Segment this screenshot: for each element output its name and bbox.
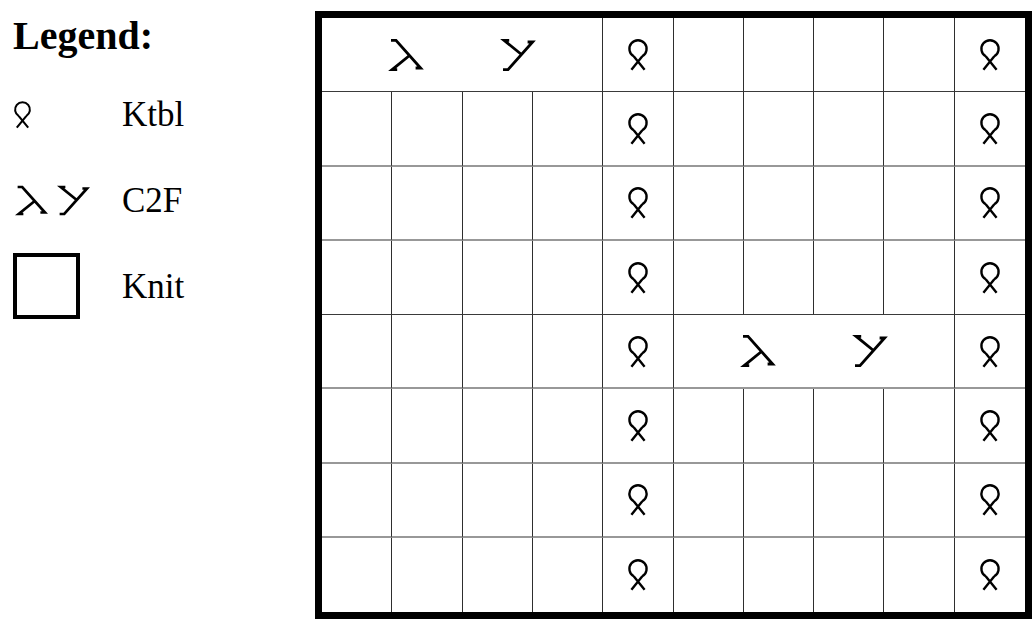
chart-cell xyxy=(392,167,462,241)
legend-item-label: Ktbl xyxy=(122,97,184,132)
chart-cell xyxy=(674,18,744,92)
chart-cell xyxy=(674,464,744,538)
legend-item-label: C2F xyxy=(122,183,182,218)
chart-cell xyxy=(463,389,533,463)
c2f-left-icon xyxy=(13,182,50,219)
chart-cell xyxy=(814,538,884,612)
legend-symbol-cell xyxy=(13,253,122,319)
ktbl-symbol xyxy=(979,111,1001,146)
chart-cell xyxy=(955,389,1025,463)
chart-cell xyxy=(884,538,954,612)
chart-cell xyxy=(392,92,462,166)
chart-cell xyxy=(322,464,392,538)
chart-cell xyxy=(392,315,462,389)
chart-cell xyxy=(744,464,814,538)
legend-item-knit: Knit xyxy=(13,250,184,322)
chart-cell xyxy=(674,92,744,166)
ktbl-symbol xyxy=(627,111,649,146)
knitting-chart xyxy=(315,11,1032,619)
chart-cell xyxy=(674,241,744,315)
chart-cell xyxy=(814,389,884,463)
ktbl-symbol xyxy=(627,37,649,72)
chart-cell xyxy=(884,18,954,92)
chart-cell xyxy=(674,315,955,389)
legend: Legend: Ktbl C2F Knit xyxy=(13,12,308,612)
chart-cell xyxy=(603,464,673,538)
ktbl-symbol xyxy=(979,37,1001,72)
cable-left-symbol xyxy=(388,35,424,75)
chart-cell xyxy=(533,92,603,166)
chart-cell xyxy=(884,167,954,241)
chart-cell xyxy=(392,538,462,612)
legend-symbol-cell xyxy=(13,182,122,219)
chart-cell xyxy=(463,464,533,538)
chart-cell xyxy=(392,241,462,315)
chart-cell xyxy=(674,538,744,612)
chart-cell xyxy=(603,167,673,241)
ktbl-symbol xyxy=(979,334,1001,369)
chart-cell xyxy=(744,167,814,241)
chart-cell xyxy=(322,167,392,241)
chart-cell xyxy=(392,464,462,538)
ktbl-icon xyxy=(13,99,32,130)
chart-cell xyxy=(463,92,533,166)
ktbl-symbol xyxy=(979,482,1001,517)
ktbl-symbol xyxy=(627,185,649,220)
chart-cell xyxy=(603,538,673,612)
chart-cell xyxy=(814,18,884,92)
chart-cell xyxy=(463,167,533,241)
ktbl-symbol xyxy=(979,408,1001,443)
chart-cell xyxy=(884,389,954,463)
chart-cell xyxy=(322,92,392,166)
chart-cell xyxy=(322,241,392,315)
ktbl-symbol xyxy=(979,185,1001,220)
chart-cell xyxy=(533,167,603,241)
chart-cell xyxy=(744,92,814,166)
c2f-right-icon xyxy=(55,182,92,219)
chart-cell xyxy=(955,315,1025,389)
chart-cell xyxy=(603,315,673,389)
chart-cell xyxy=(463,241,533,315)
knit-square-icon xyxy=(13,253,80,319)
cable-right-symbol xyxy=(500,35,536,75)
chart-cell xyxy=(322,389,392,463)
legend-item-c2f: C2F xyxy=(13,170,182,230)
cable-left-symbol xyxy=(740,331,776,371)
ktbl-symbol xyxy=(979,557,1001,592)
ktbl-symbol xyxy=(627,482,649,517)
chart-cell xyxy=(744,538,814,612)
ktbl-symbol xyxy=(627,408,649,443)
ktbl-symbol xyxy=(627,260,649,295)
chart-cell xyxy=(955,241,1025,315)
chart-cell xyxy=(814,464,884,538)
chart-cell xyxy=(463,315,533,389)
legend-symbol-cell xyxy=(13,99,122,130)
chart-cell xyxy=(814,241,884,315)
chart-cell xyxy=(674,167,744,241)
chart-cell xyxy=(955,464,1025,538)
legend-item-ktbl: Ktbl xyxy=(13,84,184,144)
chart-cell xyxy=(533,464,603,538)
chart-cell xyxy=(603,241,673,315)
chart-cell xyxy=(322,538,392,612)
chart-cell xyxy=(744,241,814,315)
chart-cell xyxy=(955,167,1025,241)
ktbl-symbol xyxy=(627,557,649,592)
ktbl-symbol xyxy=(979,260,1001,295)
chart-cell xyxy=(814,92,884,166)
chart-cell xyxy=(533,389,603,463)
screen: Legend: Ktbl C2F Knit xyxy=(0,0,1035,627)
chart-cell xyxy=(603,389,673,463)
ktbl-symbol xyxy=(627,334,649,369)
chart-cell xyxy=(814,167,884,241)
chart-cell xyxy=(955,92,1025,166)
chart-cell xyxy=(884,464,954,538)
chart-cell xyxy=(674,389,744,463)
chart-cell xyxy=(392,389,462,463)
legend-title: Legend: xyxy=(13,12,308,59)
chart-cell xyxy=(322,18,603,92)
chart-cell xyxy=(744,18,814,92)
chart-cell xyxy=(884,241,954,315)
chart-cell xyxy=(533,538,603,612)
legend-item-label: Knit xyxy=(122,269,184,304)
chart-cell xyxy=(603,92,673,166)
chart-cell xyxy=(955,18,1025,92)
cable-right-symbol xyxy=(852,331,888,371)
chart-cell xyxy=(955,538,1025,612)
chart-cell xyxy=(603,18,673,92)
chart-cell xyxy=(744,389,814,463)
chart-cell xyxy=(884,92,954,166)
chart-cell xyxy=(463,538,533,612)
chart-cell xyxy=(322,315,392,389)
chart-cell xyxy=(533,315,603,389)
chart-cell xyxy=(533,241,603,315)
